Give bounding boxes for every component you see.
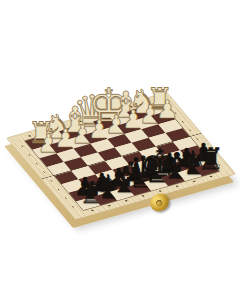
board-frame: ♜♞♝♛♚♝♞♜♟♟♟♟♟♟♟♟♟♟♟♟♟♟♟♟♜♞♝♛♚♝♞♜ [6,92,236,220]
chess-board: ♜♞♝♛♚♝♞♜♟♟♟♟♟♟♟♟♟♟♟♟♟♟♟♟♜♞♝♛♚♝♞♜ [6,92,236,220]
product-photo-chess-set: ♜♞♝♛♚♝♞♜♟♟♟♟♟♟♟♟♟♟♟♟♟♟♟♟♜♞♝♛♚♝♞♜ [0,0,240,303]
